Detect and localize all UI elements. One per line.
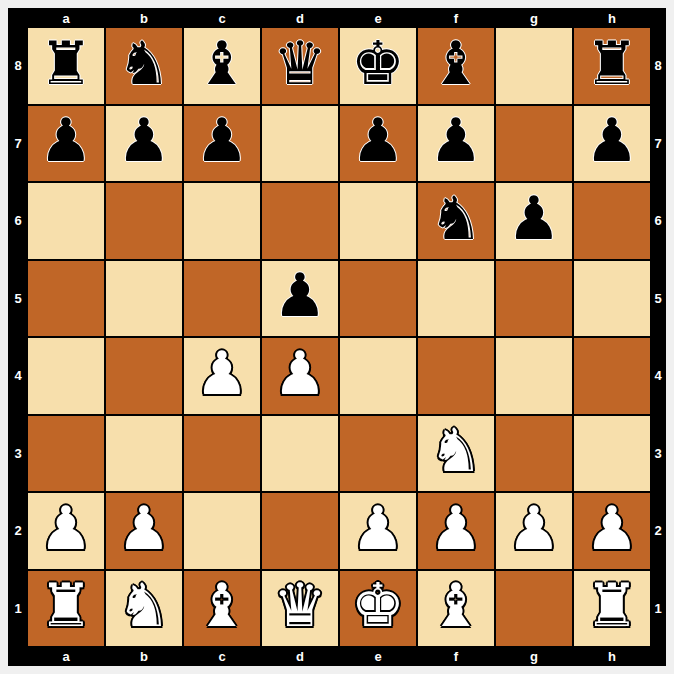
square-b8[interactable]: ♞ [106,28,182,104]
file-label-h: h [574,646,650,666]
black-bishop[interactable]: ♝ [429,33,483,93]
rank-label-4: 4 [8,338,28,414]
board-frame: abcdefgh abcdefgh 87654321 87654321 ♜♞♝♛… [8,8,666,666]
square-f8[interactable]: ♝ [418,28,494,104]
black-pawn[interactable]: ♟ [273,265,327,325]
square-a1[interactable]: ♜ [28,571,104,647]
rank-labels-right: 87654321 [650,28,666,646]
black-pawn[interactable]: ♟ [585,110,639,170]
square-c3[interactable] [184,416,260,492]
square-d5[interactable]: ♟ [262,261,338,337]
square-f2[interactable]: ♟ [418,493,494,569]
rank-label-3: 3 [650,416,666,492]
white-knight[interactable]: ♞ [429,420,483,480]
square-h3[interactable] [574,416,650,492]
file-label-h: h [574,8,650,28]
white-pawn[interactable]: ♟ [195,343,249,403]
black-knight[interactable]: ♞ [429,188,483,248]
rank-label-6: 6 [650,183,666,259]
square-c2[interactable] [184,493,260,569]
white-queen[interactable]: ♛ [273,575,327,635]
rank-label-5: 5 [8,261,28,337]
square-b5[interactable] [106,261,182,337]
white-pawn[interactable]: ♟ [273,343,327,403]
square-c5[interactable] [184,261,260,337]
black-pawn[interactable]: ♟ [351,110,405,170]
black-rook[interactable]: ♜ [39,33,93,93]
square-a6[interactable] [28,183,104,259]
square-e8[interactable]: ♚ [340,28,416,104]
square-g2[interactable]: ♟ [496,493,572,569]
black-pawn[interactable]: ♟ [39,110,93,170]
file-label-d: d [262,8,338,28]
square-f5[interactable] [418,261,494,337]
white-king[interactable]: ♚ [351,575,405,635]
file-label-c: c [184,646,260,666]
square-b6[interactable] [106,183,182,259]
white-pawn[interactable]: ♟ [351,498,405,558]
square-b4[interactable] [106,338,182,414]
square-b1[interactable]: ♞ [106,571,182,647]
square-d7[interactable] [262,106,338,182]
square-a8[interactable]: ♜ [28,28,104,104]
square-a7[interactable]: ♟ [28,106,104,182]
square-h5[interactable] [574,261,650,337]
white-pawn[interactable]: ♟ [429,498,483,558]
rank-label-2: 2 [650,493,666,569]
black-pawn[interactable]: ♟ [507,188,561,248]
black-pawn[interactable]: ♟ [117,110,171,170]
square-e5[interactable] [340,261,416,337]
square-d1[interactable]: ♛ [262,571,338,647]
square-e7[interactable]: ♟ [340,106,416,182]
rank-label-3: 3 [8,416,28,492]
square-c6[interactable] [184,183,260,259]
square-f7[interactable]: ♟ [418,106,494,182]
rank-label-4: 4 [650,338,666,414]
black-knight[interactable]: ♞ [117,33,171,93]
white-bishop[interactable]: ♝ [195,575,249,635]
rank-labels-left: 87654321 [8,28,28,646]
square-a4[interactable] [28,338,104,414]
file-label-a: a [28,646,104,666]
file-label-a: a [28,8,104,28]
rank-label-7: 7 [650,106,666,182]
white-rook[interactable]: ♜ [39,575,93,635]
file-label-f: f [418,646,494,666]
square-e6[interactable] [340,183,416,259]
file-label-e: e [340,646,416,666]
square-e2[interactable]: ♟ [340,493,416,569]
square-a5[interactable] [28,261,104,337]
black-pawn[interactable]: ♟ [195,110,249,170]
white-pawn[interactable]: ♟ [507,498,561,558]
file-label-f: f [418,8,494,28]
square-g6[interactable]: ♟ [496,183,572,259]
square-f3[interactable]: ♞ [418,416,494,492]
file-label-d: d [262,646,338,666]
white-knight[interactable]: ♞ [117,575,171,635]
rank-label-7: 7 [8,106,28,182]
square-c1[interactable]: ♝ [184,571,260,647]
square-e1[interactable]: ♚ [340,571,416,647]
rank-label-1: 1 [8,571,28,647]
white-pawn[interactable]: ♟ [39,498,93,558]
rank-label-8: 8 [650,28,666,104]
square-c8[interactable]: ♝ [184,28,260,104]
square-h6[interactable] [574,183,650,259]
square-d2[interactable] [262,493,338,569]
rank-label-8: 8 [8,28,28,104]
black-king[interactable]: ♚ [351,33,405,93]
square-h7[interactable]: ♟ [574,106,650,182]
square-d3[interactable] [262,416,338,492]
file-label-g: g [496,646,572,666]
square-g3[interactable] [496,416,572,492]
square-c4[interactable]: ♟ [184,338,260,414]
file-labels-top: abcdefgh [28,8,650,28]
rank-label-5: 5 [650,261,666,337]
square-b7[interactable]: ♟ [106,106,182,182]
file-label-b: b [106,646,182,666]
square-f1[interactable]: ♝ [418,571,494,647]
white-bishop[interactable]: ♝ [429,575,483,635]
square-g7[interactable] [496,106,572,182]
square-f6[interactable]: ♞ [418,183,494,259]
rank-label-1: 1 [650,571,666,647]
square-e4[interactable] [340,338,416,414]
file-label-e: e [340,8,416,28]
black-rook[interactable]: ♜ [585,33,639,93]
white-rook[interactable]: ♜ [585,575,639,635]
square-g4[interactable] [496,338,572,414]
square-h1[interactable]: ♜ [574,571,650,647]
square-g5[interactable] [496,261,572,337]
file-labels-bottom: abcdefgh [28,646,650,666]
square-h2[interactable]: ♟ [574,493,650,569]
rank-label-2: 2 [8,493,28,569]
file-label-c: c [184,8,260,28]
square-g8[interactable] [496,28,572,104]
square-g1[interactable] [496,571,572,647]
square-d6[interactable] [262,183,338,259]
black-pawn[interactable]: ♟ [429,110,483,170]
square-e3[interactable] [340,416,416,492]
square-f4[interactable] [418,338,494,414]
rank-label-6: 6 [8,183,28,259]
square-d4[interactable]: ♟ [262,338,338,414]
chess-board: ♜♞♝♛♚♝♜♟♟♟♟♟♟♞♟♟♟♟♞♟♟♟♟♟♟♜♞♝♛♚♝♜ [28,28,650,646]
white-pawn[interactable]: ♟ [585,498,639,558]
square-c7[interactable]: ♟ [184,106,260,182]
square-h4[interactable] [574,338,650,414]
square-a3[interactable] [28,416,104,492]
square-b2[interactable]: ♟ [106,493,182,569]
file-label-g: g [496,8,572,28]
white-pawn[interactable]: ♟ [117,498,171,558]
black-queen[interactable]: ♛ [273,33,327,93]
square-b3[interactable] [106,416,182,492]
square-a2[interactable]: ♟ [28,493,104,569]
file-label-b: b [106,8,182,28]
square-d8[interactable]: ♛ [262,28,338,104]
square-h8[interactable]: ♜ [574,28,650,104]
black-bishop[interactable]: ♝ [195,33,249,93]
